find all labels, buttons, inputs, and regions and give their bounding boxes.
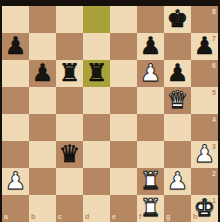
- square-c7[interactable]: [56, 33, 83, 60]
- file-label-e: e: [112, 213, 116, 220]
- square-g2[interactable]: ♟: [164, 168, 191, 195]
- square-c8[interactable]: [56, 6, 83, 33]
- piece-black-rook-c6[interactable]: ♜: [56, 60, 83, 87]
- square-b8[interactable]: [29, 6, 56, 33]
- piece-white-pawn-a2[interactable]: ♟: [2, 168, 29, 195]
- square-b3[interactable]: [29, 141, 56, 168]
- square-a8[interactable]: [2, 6, 29, 33]
- square-f2[interactable]: ♜: [137, 168, 164, 195]
- square-d5[interactable]: [83, 87, 110, 114]
- square-h8[interactable]: 8: [191, 6, 218, 33]
- piece-white-king-h1[interactable]: ♚: [191, 195, 218, 222]
- piece-black-pawn-f7[interactable]: ♟: [137, 33, 164, 60]
- file-label-g: g: [166, 213, 170, 220]
- square-b4[interactable]: [29, 114, 56, 141]
- square-f1[interactable]: f♜: [137, 195, 164, 222]
- square-h7[interactable]: 7♟: [191, 33, 218, 60]
- square-c3[interactable]: ♛: [56, 141, 83, 168]
- square-g5[interactable]: ♛: [164, 87, 191, 114]
- square-g3[interactable]: [164, 141, 191, 168]
- square-c4[interactable]: [56, 114, 83, 141]
- square-a5[interactable]: [2, 87, 29, 114]
- square-h6[interactable]: 6: [191, 60, 218, 87]
- piece-white-rook-f2[interactable]: ♜: [137, 168, 164, 195]
- piece-black-pawn-h7[interactable]: ♟: [191, 33, 218, 60]
- file-label-b: b: [31, 213, 35, 220]
- piece-black-rook-d6[interactable]: ♜: [83, 60, 110, 87]
- piece-white-rook-f1[interactable]: ♜: [137, 195, 164, 222]
- square-d3[interactable]: [83, 141, 110, 168]
- square-f7[interactable]: ♟: [137, 33, 164, 60]
- file-label-c: c: [58, 213, 62, 220]
- square-b5[interactable]: [29, 87, 56, 114]
- square-a2[interactable]: ♟: [2, 168, 29, 195]
- piece-black-pawn-a7[interactable]: ♟: [2, 33, 29, 60]
- square-c2[interactable]: [56, 168, 83, 195]
- square-e8[interactable]: [110, 6, 137, 33]
- square-g4[interactable]: [164, 114, 191, 141]
- square-b1[interactable]: b: [29, 195, 56, 222]
- square-e4[interactable]: [110, 114, 137, 141]
- square-g6[interactable]: ♟: [164, 60, 191, 87]
- piece-black-pawn-g6[interactable]: ♟: [164, 60, 191, 87]
- square-a3[interactable]: [2, 141, 29, 168]
- chess-board[interactable]: ♚8♟♟7♟♟♜♜♟♟6♛54♛3♟♟♜♟2abcdef♜g1h♚: [2, 6, 218, 222]
- square-f4[interactable]: [137, 114, 164, 141]
- square-d2[interactable]: [83, 168, 110, 195]
- square-a6[interactable]: [2, 60, 29, 87]
- square-d1[interactable]: d: [83, 195, 110, 222]
- square-a1[interactable]: a: [2, 195, 29, 222]
- square-b6[interactable]: ♟: [29, 60, 56, 87]
- square-h3[interactable]: 3♟: [191, 141, 218, 168]
- square-f3[interactable]: [137, 141, 164, 168]
- file-label-a: a: [4, 213, 8, 220]
- square-g1[interactable]: g: [164, 195, 191, 222]
- square-f8[interactable]: [137, 6, 164, 33]
- square-a7[interactable]: ♟: [2, 33, 29, 60]
- square-b7[interactable]: [29, 33, 56, 60]
- square-d7[interactable]: [83, 33, 110, 60]
- square-h4[interactable]: 4: [191, 114, 218, 141]
- rank-label-4: 4: [212, 116, 216, 123]
- square-c6[interactable]: ♜: [56, 60, 83, 87]
- rank-label-5: 5: [212, 89, 216, 96]
- square-g7[interactable]: [164, 33, 191, 60]
- square-e6[interactable]: [110, 60, 137, 87]
- square-h5[interactable]: 5: [191, 87, 218, 114]
- square-g8[interactable]: ♚: [164, 6, 191, 33]
- piece-black-queen-c3[interactable]: ♛: [56, 141, 83, 168]
- square-e3[interactable]: [110, 141, 137, 168]
- square-f5[interactable]: [137, 87, 164, 114]
- file-label-d: d: [85, 213, 89, 220]
- square-c1[interactable]: c: [56, 195, 83, 222]
- square-b2[interactable]: [29, 168, 56, 195]
- square-c5[interactable]: [56, 87, 83, 114]
- square-d6[interactable]: ♜: [83, 60, 110, 87]
- square-e5[interactable]: [110, 87, 137, 114]
- square-a4[interactable]: [2, 114, 29, 141]
- rank-label-6: 6: [212, 62, 216, 69]
- rank-label-2: 2: [212, 170, 216, 177]
- piece-black-king-g8[interactable]: ♚: [164, 6, 191, 33]
- square-h2[interactable]: 2: [191, 168, 218, 195]
- piece-white-pawn-f6[interactable]: ♟: [137, 60, 164, 87]
- piece-white-queen-g5[interactable]: ♛: [164, 87, 191, 114]
- square-e1[interactable]: e: [110, 195, 137, 222]
- square-d4[interactable]: [83, 114, 110, 141]
- square-f6[interactable]: ♟: [137, 60, 164, 87]
- rank-label-8: 8: [212, 8, 216, 15]
- piece-black-pawn-b6[interactable]: ♟: [29, 60, 56, 87]
- piece-white-pawn-h3[interactable]: ♟: [191, 141, 218, 168]
- piece-white-pawn-g2[interactable]: ♟: [164, 168, 191, 195]
- square-e2[interactable]: [110, 168, 137, 195]
- square-e7[interactable]: [110, 33, 137, 60]
- square-d8[interactable]: [83, 6, 110, 33]
- chess-board-frame: ♚8♟♟7♟♟♜♜♟♟6♛54♛3♟♟♜♟2abcdef♜g1h♚: [0, 0, 220, 222]
- square-h1[interactable]: 1h♚: [191, 195, 218, 222]
